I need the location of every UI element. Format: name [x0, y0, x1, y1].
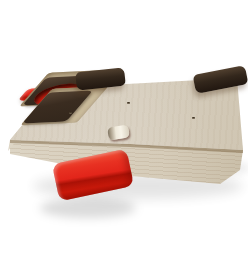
peg-hole [192, 117, 195, 119]
peg-hole [69, 112, 72, 114]
peg-hole [127, 102, 130, 104]
product-photo [0, 0, 248, 270]
ground-shadow-slider [40, 198, 136, 218]
